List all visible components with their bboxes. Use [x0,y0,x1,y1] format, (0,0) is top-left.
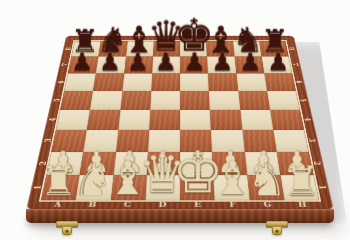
square-g7[interactable]: ♟ [234,57,264,74]
piece-black-pawn[interactable]: ♟ [239,49,261,74]
square-g1[interactable]: ♞ [247,175,284,200]
square-c6[interactable] [122,73,152,91]
square-c7[interactable]: ♟ [124,57,153,74]
square-h1[interactable]: ♜ [280,175,319,200]
square-d6[interactable] [151,73,180,91]
square-e1[interactable]: ♚ [180,175,215,200]
square-f1[interactable]: ♝ [213,175,249,200]
square-f6[interactable] [208,73,238,91]
square-d4[interactable] [149,110,180,130]
rank-label-right-6: 6 [284,79,314,86]
piece-black-pawn[interactable]: ♟ [155,49,177,74]
rank-label-right-5: 5 [288,97,319,104]
piece-white-rook[interactable]: ♜ [284,161,320,202]
brass-clasp-left [54,221,80,238]
square-g6[interactable] [236,73,267,91]
square-h7[interactable]: ♟ [261,57,292,74]
square-f5[interactable] [209,91,240,110]
brass-clasp-right [264,221,290,238]
clasp-tongue [62,226,72,235]
rank-label-right-4: 4 [292,116,324,123]
square-c4[interactable] [118,110,150,130]
piece-white-knight[interactable]: ♞ [247,157,287,201]
piece-white-rook[interactable]: ♜ [40,161,76,202]
square-b6[interactable] [93,73,124,91]
piece-black-pawn[interactable]: ♟ [127,49,149,74]
piece-black-pawn[interactable]: ♟ [211,49,233,74]
board-grid: ♜♞♝♛♚♝♞♜♟♟♟♟♟♟♟♟♟♟♟♟♟♟♟♟♜♞♝♛♚♝♞♜ [41,41,319,200]
square-g5[interactable] [238,91,270,110]
clasp-tongue [272,226,282,235]
chess-set-photo: ABCDEFGH ABCDEFGH 87654321 87654321 ♜♞♝♛… [0,0,350,240]
rank-label-left-4: 4 [36,116,68,123]
chess-board: ABCDEFGH ABCDEFGH 87654321 87654321 ♜♞♝♛… [26,36,334,210]
square-g4[interactable] [240,110,273,130]
square-b4[interactable] [87,110,120,130]
square-a7[interactable]: ♟ [68,57,99,74]
piece-black-pawn[interactable]: ♟ [99,49,121,74]
piece-black-pawn[interactable]: ♟ [71,49,93,74]
square-d7[interactable]: ♟ [152,57,180,74]
square-f4[interactable] [210,110,242,130]
rank-label-left-5: 5 [41,97,72,104]
square-c5[interactable] [120,91,151,110]
rank-label-left-6: 6 [46,79,76,86]
square-e6[interactable] [180,73,209,91]
square-f7[interactable]: ♟ [207,57,236,74]
square-b7[interactable]: ♟ [96,57,126,74]
square-e7[interactable]: ♟ [180,57,208,74]
square-b5[interactable] [90,91,122,110]
piece-black-pawn[interactable]: ♟ [183,49,205,74]
piece-black-pawn[interactable]: ♟ [267,49,289,74]
square-e4[interactable] [180,110,211,130]
square-d5[interactable] [150,91,180,110]
board-frame: ABCDEFGH ABCDEFGH 87654321 87654321 ♜♞♝♛… [26,36,334,210]
square-e5[interactable] [180,91,210,110]
